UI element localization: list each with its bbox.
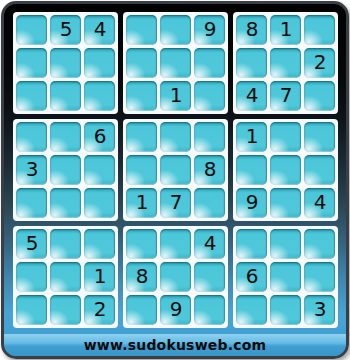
sudoku-box-3: 81247 [233,12,338,114]
digit: 1 [246,126,259,146]
cell-r2c2[interactable] [50,48,81,78]
cell-r2c8[interactable] [270,48,301,78]
sudoku-widget: 5491812476381719451248963 www.sudokusweb… [1,1,349,359]
cell-r5c9[interactable] [304,155,335,185]
cell-r1c7[interactable]: 8 [236,15,267,45]
page: 5491812476381719451248963 www.sudokusweb… [0,0,350,360]
digit: 7 [280,85,293,105]
cell-r1c9[interactable] [304,15,335,45]
cell-r2c1[interactable] [16,48,47,78]
cell-r1c6[interactable]: 9 [194,15,225,45]
cell-r8c4[interactable]: 8 [126,262,157,292]
cell-r1c5[interactable] [160,15,191,45]
digit: 7 [170,192,183,212]
cell-r3c7[interactable]: 4 [236,81,267,111]
sudoku-box-1: 54 [13,12,118,114]
digit: 1 [94,266,107,286]
digit: 4 [94,19,107,39]
digit: 9 [170,299,183,319]
cell-r9c4[interactable] [126,295,157,325]
digit: 1 [170,85,183,105]
cell-r6c2[interactable] [50,188,81,218]
cell-r5c8[interactable] [270,155,301,185]
digit: 3 [26,159,39,179]
cell-r2c9[interactable]: 2 [304,48,335,78]
digit: 5 [60,19,73,39]
cell-r2c6[interactable] [194,48,225,78]
sudoku-box-6: 194 [233,119,338,221]
digit: 8 [136,266,149,286]
cell-r8c9[interactable] [304,262,335,292]
cell-r9c5[interactable]: 9 [160,295,191,325]
cell-r2c4[interactable] [126,48,157,78]
cell-r3c2[interactable] [50,81,81,111]
cell-r9c7[interactable] [236,295,267,325]
cell-r6c8[interactable] [270,188,301,218]
cell-r8c1[interactable] [16,262,47,292]
sudoku-box-8: 489 [123,226,228,328]
cell-r6c5[interactable]: 7 [160,188,191,218]
cell-r4c9[interactable] [304,122,335,152]
digit: 1 [280,19,293,39]
cell-r3c6[interactable] [194,81,225,111]
cell-r3c9[interactable] [304,81,335,111]
cell-r2c3[interactable] [84,48,115,78]
cell-r7c8[interactable] [270,229,301,259]
cell-r1c3[interactable]: 4 [84,15,115,45]
cell-r1c8[interactable]: 1 [270,15,301,45]
cell-r8c6[interactable] [194,262,225,292]
digit: 4 [246,85,259,105]
cell-r5c5[interactable] [160,155,191,185]
digit: 6 [94,126,107,146]
digit: 9 [246,192,259,212]
cell-r7c2[interactable] [50,229,81,259]
digit: 2 [314,52,327,72]
sudoku-box-2: 91 [123,12,228,114]
digit: 6 [246,266,259,286]
digit: 1 [136,192,149,212]
cell-r3c4[interactable] [126,81,157,111]
cell-r6c9[interactable]: 4 [304,188,335,218]
cell-r5c6[interactable]: 8 [194,155,225,185]
cell-r7c7[interactable] [236,229,267,259]
cell-r7c3[interactable] [84,229,115,259]
cell-r3c1[interactable] [16,81,47,111]
cell-r4c5[interactable] [160,122,191,152]
cell-r9c1[interactable] [16,295,47,325]
digit: 4 [204,233,217,253]
cell-r5c1[interactable]: 3 [16,155,47,185]
cell-r6c3[interactable] [84,188,115,218]
cell-r8c8[interactable] [270,262,301,292]
digit: 8 [204,159,217,179]
cell-r4c8[interactable] [270,122,301,152]
cell-r4c6[interactable] [194,122,225,152]
sudoku-box-4: 63 [13,119,118,221]
cell-r1c1[interactable] [16,15,47,45]
sudoku-box-5: 817 [123,119,228,221]
website-url[interactable]: www.sudokusweb.com [84,337,267,353]
cell-r8c3[interactable]: 1 [84,262,115,292]
cell-r4c1[interactable] [16,122,47,152]
digit: 5 [26,233,39,253]
cell-r3c8[interactable]: 7 [270,81,301,111]
cell-r7c4[interactable] [126,229,157,259]
cell-r9c6[interactable] [194,295,225,325]
cell-r6c6[interactable] [194,188,225,218]
cell-r8c7[interactable]: 6 [236,262,267,292]
cell-r7c5[interactable] [160,229,191,259]
cell-r5c4[interactable] [126,155,157,185]
digit: 2 [94,299,107,319]
cell-r7c1[interactable]: 5 [16,229,47,259]
cell-r8c2[interactable] [50,262,81,292]
cell-r4c2[interactable] [50,122,81,152]
digit: 9 [204,19,217,39]
cell-r6c1[interactable] [16,188,47,218]
cell-r7c9[interactable] [304,229,335,259]
cell-r5c3[interactable] [84,155,115,185]
sudoku-box-7: 512 [13,226,118,328]
cell-r6c4[interactable]: 1 [126,188,157,218]
cell-r1c4[interactable] [126,15,157,45]
cell-r9c2[interactable] [50,295,81,325]
cell-r8c5[interactable] [160,262,191,292]
cell-r7c6[interactable]: 4 [194,229,225,259]
cell-r4c4[interactable] [126,122,157,152]
cell-r6c7[interactable]: 9 [236,188,267,218]
cell-r4c7[interactable]: 1 [236,122,267,152]
cell-r2c7[interactable] [236,48,267,78]
cell-r5c7[interactable] [236,155,267,185]
cell-r9c9[interactable]: 3 [304,295,335,325]
footer-bar: www.sudokusweb.com [4,334,346,356]
digit: 8 [246,19,259,39]
cell-r9c8[interactable] [270,295,301,325]
digit: 4 [314,192,327,212]
sudoku-board: 5491812476381719451248963 [4,4,346,332]
cell-r4c3[interactable]: 6 [84,122,115,152]
digit: 3 [314,299,327,319]
cell-r1c2[interactable]: 5 [50,15,81,45]
sudoku-box-9: 63 [233,226,338,328]
cell-r9c3[interactable]: 2 [84,295,115,325]
cell-r5c2[interactable] [50,155,81,185]
cell-r3c3[interactable] [84,81,115,111]
cell-r3c5[interactable]: 1 [160,81,191,111]
cell-r2c5[interactable] [160,48,191,78]
